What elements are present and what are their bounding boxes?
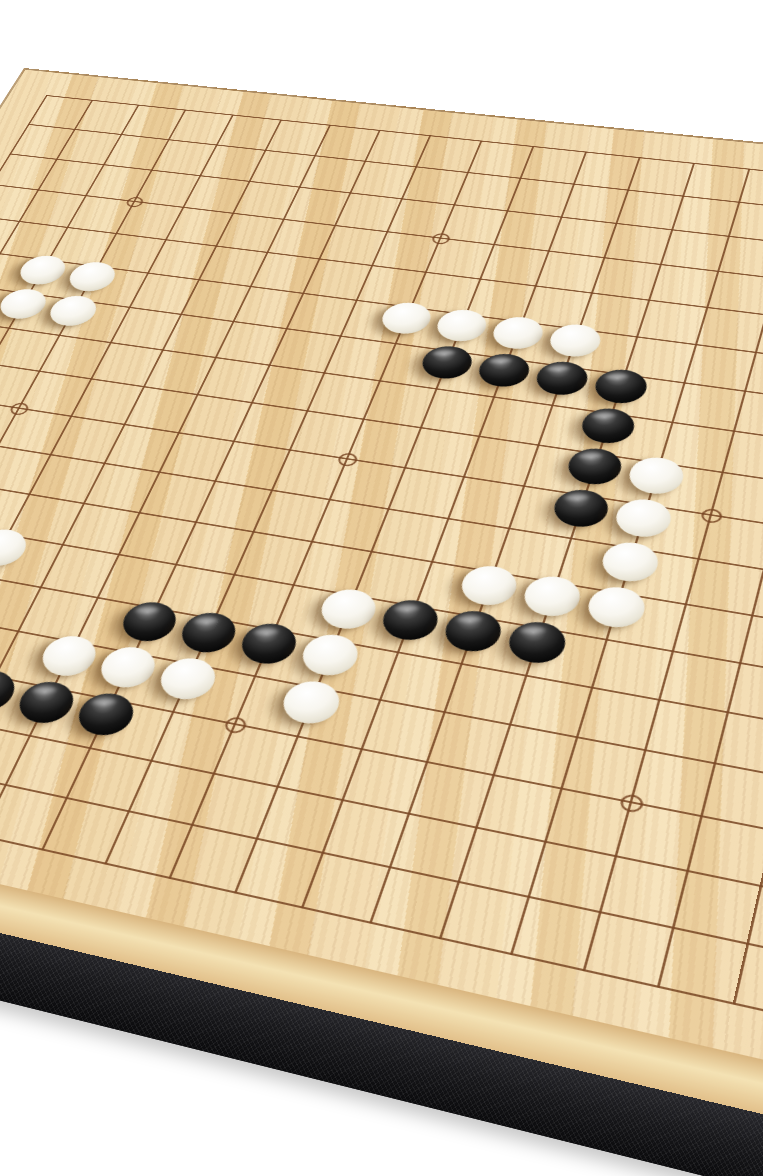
black-stone[interactable] [71, 689, 141, 739]
white-stone[interactable] [625, 454, 688, 497]
black-stone[interactable] [503, 618, 570, 667]
star-point [222, 716, 248, 735]
photo-backdrop: { "game": { "name": "Go (weiqi / baduk)"… [0, 0, 763, 1176]
black-stone[interactable] [577, 405, 639, 446]
white-stone[interactable] [44, 293, 103, 328]
black-stone[interactable] [532, 359, 593, 398]
star-point [124, 196, 145, 208]
white-stone[interactable] [296, 631, 364, 680]
white-stone[interactable] [0, 287, 52, 322]
grid-line-v-9 [104, 135, 431, 865]
white-stone[interactable] [154, 654, 223, 703]
white-stone[interactable] [277, 677, 346, 728]
black-stone[interactable] [439, 607, 506, 655]
black-stone[interactable] [377, 596, 444, 644]
board-surface[interactable] [0, 68, 763, 1085]
black-stone[interactable] [235, 620, 303, 668]
white-stone[interactable] [611, 496, 675, 541]
black-stone[interactable] [591, 367, 652, 407]
white-stone[interactable] [94, 643, 162, 692]
white-stone[interactable] [545, 322, 605, 360]
black-stone[interactable] [474, 351, 534, 390]
black-stone[interactable] [175, 609, 242, 657]
grid-line-v-12 [301, 151, 587, 908]
white-stone[interactable] [583, 583, 649, 631]
black-stone[interactable] [12, 678, 81, 728]
grid-line-h-3 [9, 153, 763, 264]
black-stone[interactable] [549, 486, 613, 530]
white-stone[interactable] [432, 307, 491, 344]
grid-line-v-10 [168, 140, 482, 879]
white-stone[interactable] [519, 573, 585, 620]
white-stone[interactable] [377, 300, 436, 336]
white-stone[interactable] [35, 632, 103, 680]
star-point [336, 452, 360, 467]
white-stone[interactable] [0, 526, 33, 569]
star-point [618, 793, 645, 814]
white-stone[interactable] [488, 314, 547, 351]
star-point [430, 232, 451, 245]
grid-line-h-1 [46, 95, 763, 194]
grid-line-v-13 [369, 157, 641, 924]
white-stone[interactable] [14, 253, 72, 287]
black-stone[interactable] [417, 343, 477, 381]
go-board[interactable] [0, 68, 763, 1081]
black-stone[interactable] [563, 445, 626, 487]
star-point [700, 508, 724, 525]
black-stone[interactable] [116, 598, 183, 645]
white-stone[interactable] [598, 539, 663, 585]
white-stone[interactable] [63, 260, 121, 294]
white-stone[interactable] [456, 562, 522, 609]
star-point [8, 402, 31, 416]
white-stone[interactable] [315, 586, 382, 633]
